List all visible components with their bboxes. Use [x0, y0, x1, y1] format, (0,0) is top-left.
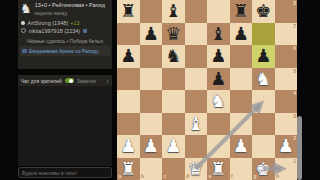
lichess-knight-logo-icon: ♞: [20, 2, 32, 15]
black-bishop[interactable]: ♝: [207, 23, 230, 46]
rank-label-6: 6: [293, 46, 296, 51]
black-pawn[interactable]: ♟: [207, 45, 230, 68]
rank-label-7: 7: [293, 24, 296, 29]
rank-label-1: 1: [293, 159, 296, 164]
square-b7[interactable]: ♟: [140, 23, 163, 46]
square-e7[interactable]: ♝: [207, 23, 230, 46]
white-pawn[interactable]: ♟: [230, 135, 253, 158]
square-g4[interactable]: [252, 90, 275, 113]
square-f6[interactable]: [230, 45, 253, 68]
tab-notes[interactable]: Заметки: [77, 78, 96, 84]
square-a3[interactable]: [117, 113, 140, 136]
black-rook[interactable]: ♜: [230, 0, 253, 23]
square-d5[interactable]: [185, 68, 208, 91]
game-meta-line: 13+0 • Рейтинговая • Рапид: [35, 2, 105, 8]
square-b6[interactable]: [140, 45, 163, 68]
white-pawn[interactable]: ♟: [117, 135, 140, 158]
square-e2[interactable]: [207, 135, 230, 158]
square-f5[interactable]: [230, 68, 253, 91]
square-e3[interactable]: [207, 113, 230, 136]
file-label-e: e: [209, 174, 212, 179]
black-bishop[interactable]: ♝: [162, 0, 185, 23]
square-d7[interactable]: [185, 23, 208, 46]
black-pawn[interactable]: ♟: [230, 23, 253, 46]
rank-label-8: 8: [293, 1, 296, 6]
square-g3[interactable]: [252, 113, 275, 136]
square-c5[interactable]: [162, 68, 185, 91]
black-queen[interactable]: ♛: [162, 23, 185, 46]
square-f8[interactable]: ♜: [230, 0, 253, 23]
square-e8[interactable]: [207, 0, 230, 23]
square-b3[interactable]: [140, 113, 163, 136]
chat-messages-area[interactable]: [18, 86, 112, 166]
black-pawn[interactable]: ♟: [117, 45, 140, 68]
rank-label-5: 5: [293, 69, 296, 74]
chat-toggle[interactable]: [65, 78, 74, 84]
square-f2[interactable]: ♟: [230, 135, 253, 158]
square-c3[interactable]: [162, 113, 185, 136]
square-a6[interactable]: ♟: [117, 45, 140, 68]
white-pawn[interactable]: ♟: [140, 135, 163, 158]
square-a4[interactable]: [117, 90, 140, 113]
game-result-text: Чёрные сдались • Победа белых: [18, 38, 112, 44]
chat-tabs-bar: Чат для зрителей Заметки ↕: [18, 75, 112, 86]
trophy-icon: [22, 49, 27, 54]
white-pawn[interactable]: ♟: [162, 135, 185, 158]
square-b8[interactable]: [140, 0, 163, 23]
square-e5[interactable]: ♟: [207, 68, 230, 91]
file-label-a: a: [119, 174, 122, 179]
black-pawn[interactable]: ♟: [207, 68, 230, 91]
white-rating-change: +13: [70, 20, 79, 26]
file-label-g: g: [254, 174, 257, 179]
square-c4[interactable]: [162, 90, 185, 113]
square-b5[interactable]: [140, 68, 163, 91]
game-info-panel: ♞ 13+0 • Рейтинговая • Рапид неделю наза…: [18, 0, 112, 69]
square-g8[interactable]: ♚: [252, 0, 275, 23]
white-player-row[interactable]: ArtStrong (1948) +13: [21, 19, 109, 27]
square-a5[interactable]: [117, 68, 140, 91]
black-rook[interactable]: ♜: [117, 0, 140, 23]
file-label-d: d: [186, 174, 189, 179]
rank-label-2: 2: [293, 136, 296, 141]
white-color-disc-icon: [21, 21, 25, 25]
square-f4[interactable]: [230, 90, 253, 113]
black-player-name[interactable]: nikita1997918 (2234): [29, 28, 81, 34]
tournament-link[interactable]: Ежедневная Арена по Рапиду: [29, 48, 99, 54]
black-color-disc-icon: [21, 28, 26, 33]
file-label-c: c: [164, 174, 167, 179]
black-knight[interactable]: ♞: [162, 45, 185, 68]
file-label-h: h: [276, 174, 279, 179]
player-flair-icon: [83, 29, 87, 33]
square-f3[interactable]: [230, 113, 253, 136]
file-label-f: f: [231, 174, 233, 179]
square-a2[interactable]: ♟: [117, 135, 140, 158]
rank-label-3: 3: [293, 114, 296, 119]
chat-input-placeholder: Будьте вежливы в чате!: [22, 170, 77, 176]
square-g2[interactable]: [252, 135, 275, 158]
chat-input[interactable]: Будьте вежливы в чате!: [18, 167, 112, 178]
page-scrollbar[interactable]: [297, 116, 302, 180]
square-e4[interactable]: ♞: [207, 90, 230, 113]
tab-spectator-chat[interactable]: Чат для зрителей: [21, 78, 62, 84]
game-date: неделю назад: [35, 10, 105, 16]
square-a8[interactable]: ♜: [117, 0, 140, 23]
square-d3[interactable]: ♝: [185, 113, 208, 136]
square-c8[interactable]: ♝: [162, 0, 185, 23]
black-pawn[interactable]: ♟: [252, 45, 275, 68]
chess-board-wrap: ♜♝♜♚♟♛♝♟♟♞♟♟♟♞♞♝♟♟♟♟♟♜♛♜♚ 87654321abcdef…: [117, 0, 297, 180]
square-g5[interactable]: ♞: [252, 68, 275, 91]
tournament-row[interactable]: Ежедневная Арена по Рапиду: [20, 46, 110, 56]
game-header: ♞ 13+0 • Рейтинговая • Рапид неделю наза…: [18, 0, 112, 16]
white-bishop[interactable]: ♝: [185, 113, 208, 136]
square-d8[interactable]: [185, 0, 208, 23]
chess-board[interactable]: ♜♝♜♚♟♛♝♟♟♞♟♟♟♞♞♝♟♟♟♟♟♜♛♜♚: [117, 0, 297, 180]
square-b2[interactable]: ♟: [140, 135, 163, 158]
square-d6[interactable]: [185, 45, 208, 68]
square-f7[interactable]: ♟: [230, 23, 253, 46]
square-g6[interactable]: ♟: [252, 45, 275, 68]
square-c2[interactable]: ♟: [162, 135, 185, 158]
white-player-name[interactable]: ArtStrong (1948): [28, 20, 69, 26]
chat-toggle-knob: [69, 79, 73, 83]
white-knight[interactable]: ♞: [207, 90, 230, 113]
black-player-row[interactable]: nikita1997918 (2234): [21, 27, 109, 35]
white-knight[interactable]: ♞: [252, 68, 275, 91]
square-g7[interactable]: [252, 23, 275, 46]
square-d4[interactable]: [185, 90, 208, 113]
rank-label-4: 4: [293, 91, 296, 96]
square-e6[interactable]: ♟: [207, 45, 230, 68]
square-c6[interactable]: ♞: [162, 45, 185, 68]
black-pawn[interactable]: ♟: [140, 23, 163, 46]
square-c7[interactable]: ♛: [162, 23, 185, 46]
file-label-b: b: [141, 174, 144, 179]
square-d2[interactable]: [185, 135, 208, 158]
square-a7[interactable]: [117, 23, 140, 46]
black-king[interactable]: ♚: [252, 0, 275, 23]
square-b4[interactable]: [140, 90, 163, 113]
resize-chat-icon[interactable]: ↕: [106, 78, 109, 84]
